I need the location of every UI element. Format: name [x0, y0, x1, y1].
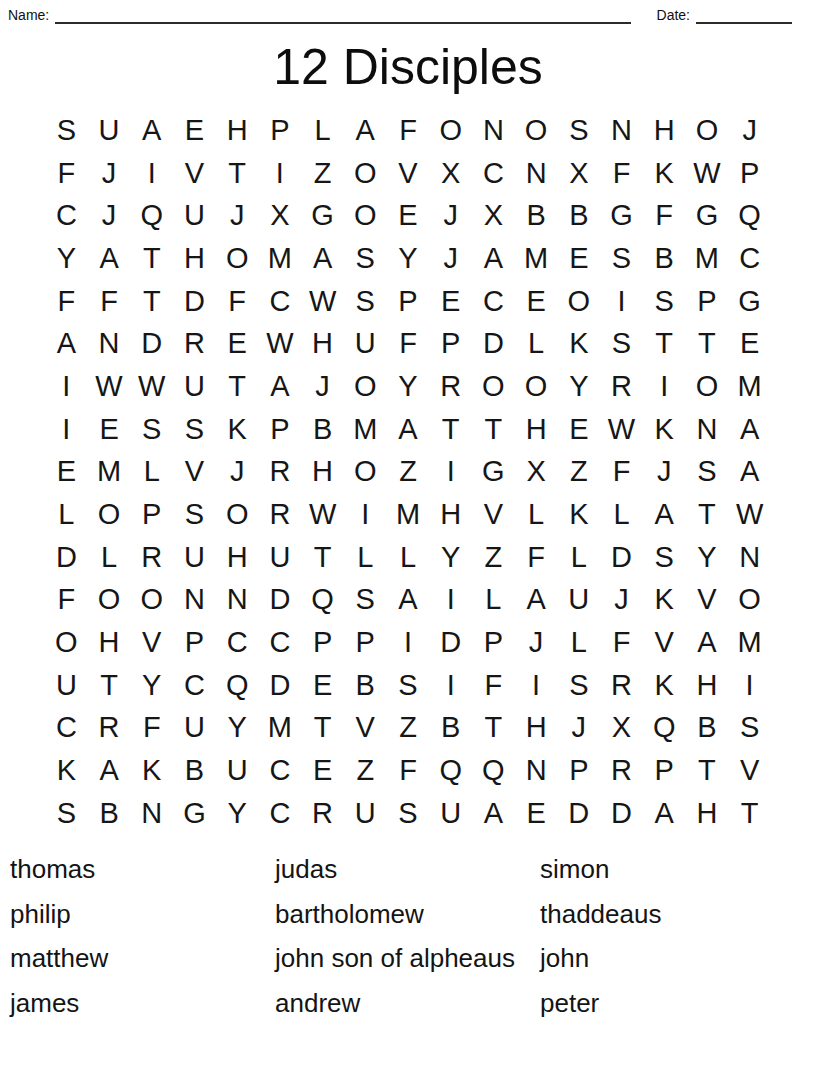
grid-cell-r16-c8[interactable]: Z: [344, 749, 387, 792]
grid-cell-r3-c9[interactable]: E: [387, 194, 430, 237]
grid-cell-r2-c13[interactable]: X: [557, 152, 600, 195]
grid-cell-r12-c15[interactable]: K: [643, 579, 686, 622]
grid-cell-r5-c8[interactable]: S: [344, 280, 387, 323]
grid-cell-r17-c14[interactable]: D: [600, 792, 643, 835]
grid-cell-r3-c8[interactable]: O: [344, 194, 387, 237]
grid-cell-r5-c7[interactable]: W: [301, 280, 344, 323]
grid-cell-r1-c17[interactable]: J: [728, 109, 771, 152]
grid-cell-r5-c12[interactable]: E: [515, 280, 558, 323]
grid-cell-r3-c13[interactable]: B: [557, 194, 600, 237]
grid-cell-r17-c4[interactable]: G: [173, 792, 216, 835]
grid-cell-r9-c10[interactable]: I: [429, 451, 472, 494]
grid-cell-r7-c5[interactable]: T: [216, 365, 259, 408]
grid-cell-r5-c4[interactable]: D: [173, 280, 216, 323]
grid-cell-r13-c15[interactable]: V: [643, 621, 686, 664]
grid-cell-r8-c5[interactable]: K: [216, 408, 259, 451]
grid-cell-r7-c16[interactable]: O: [686, 365, 729, 408]
grid-cell-r7-c8[interactable]: O: [344, 365, 387, 408]
grid-cell-r1-c12[interactable]: O: [515, 109, 558, 152]
grid-cell-r9-c6[interactable]: R: [259, 451, 302, 494]
grid-cell-r11-c13[interactable]: L: [557, 536, 600, 579]
grid-cell-r17-c6[interactable]: C: [259, 792, 302, 835]
grid-cell-r10-c16[interactable]: T: [686, 493, 729, 536]
grid-cell-r4-c11[interactable]: A: [472, 237, 515, 280]
grid-cell-r15-c4[interactable]: U: [173, 707, 216, 750]
grid-cell-r8-c13[interactable]: E: [557, 408, 600, 451]
grid-cell-r15-c9[interactable]: Z: [387, 707, 430, 750]
grid-cell-r14-c11[interactable]: F: [472, 664, 515, 707]
grid-cell-r17-c3[interactable]: N: [130, 792, 173, 835]
grid-cell-r5-c16[interactable]: P: [686, 280, 729, 323]
grid-cell-r16-c4[interactable]: B: [173, 749, 216, 792]
grid-cell-r9-c5[interactable]: J: [216, 451, 259, 494]
grid-cell-r11-c4[interactable]: U: [173, 536, 216, 579]
grid-cell-r4-c6[interactable]: M: [259, 237, 302, 280]
grid-cell-r14-c17[interactable]: I: [728, 664, 771, 707]
grid-cell-r16-c3[interactable]: K: [130, 749, 173, 792]
grid-cell-r2-c6[interactable]: I: [259, 152, 302, 195]
grid-cell-r3-c11[interactable]: X: [472, 194, 515, 237]
grid-cell-r3-c6[interactable]: X: [259, 194, 302, 237]
grid-cell-r15-c8[interactable]: V: [344, 707, 387, 750]
grid-cell-r14-c13[interactable]: S: [557, 664, 600, 707]
grid-cell-r2-c17[interactable]: P: [728, 152, 771, 195]
grid-cell-r11-c17[interactable]: N: [728, 536, 771, 579]
grid-cell-r6-c13[interactable]: K: [557, 322, 600, 365]
grid-cell-r9-c13[interactable]: Z: [557, 451, 600, 494]
grid-cell-r2-c10[interactable]: X: [429, 152, 472, 195]
grid-cell-r10-c7[interactable]: W: [301, 493, 344, 536]
grid-cell-r17-c8[interactable]: U: [344, 792, 387, 835]
grid-cell-r17-c13[interactable]: D: [557, 792, 600, 835]
grid-cell-r12-c5[interactable]: N: [216, 579, 259, 622]
grid-cell-r16-c15[interactable]: P: [643, 749, 686, 792]
grid-cell-r8-c17[interactable]: A: [728, 408, 771, 451]
word-list-column-2: judasbartholomewjohn son of alpheausandr…: [275, 848, 540, 1026]
grid-cell-r15-c5[interactable]: Y: [216, 707, 259, 750]
grid-cell-r14-c8[interactable]: B: [344, 664, 387, 707]
grid-cell-r16-c1[interactable]: K: [45, 749, 88, 792]
word-item-thomas: thomas: [10, 848, 275, 893]
grid-cell-r9-c8[interactable]: O: [344, 451, 387, 494]
grid-cell-r14-c12[interactable]: I: [515, 664, 558, 707]
grid-cell-r13-c17[interactable]: M: [728, 621, 771, 664]
grid-cell-r12-c4[interactable]: N: [173, 579, 216, 622]
grid-cell-r8-c16[interactable]: N: [686, 408, 729, 451]
grid-cell-r11-c12[interactable]: F: [515, 536, 558, 579]
grid-cell-r5-c6[interactable]: C: [259, 280, 302, 323]
grid-cell-r10-c4[interactable]: S: [173, 493, 216, 536]
grid-cell-r14-c10[interactable]: I: [429, 664, 472, 707]
grid-cell-r15-c3[interactable]: F: [130, 707, 173, 750]
grid-cell-r6-c14[interactable]: S: [600, 322, 643, 365]
grid-cell-r17-c17[interactable]: T: [728, 792, 771, 835]
grid-cell-r12-c17[interactable]: O: [728, 579, 771, 622]
grid-cell-r11-c1[interactable]: D: [45, 536, 88, 579]
grid-cell-r17-c12[interactable]: E: [515, 792, 558, 835]
grid-cell-r7-c12[interactable]: O: [515, 365, 558, 408]
grid-cell-r15-c10[interactable]: B: [429, 707, 472, 750]
word-list-column-3: simonthaddeausjohnpeter: [540, 848, 816, 1026]
grid-cell-r9-c17[interactable]: A: [728, 451, 771, 494]
grid-cell-r6-c15[interactable]: T: [643, 322, 686, 365]
grid-cell-r7-c14[interactable]: R: [600, 365, 643, 408]
grid-cell-r13-c13[interactable]: L: [557, 621, 600, 664]
grid-cell-r10-c8[interactable]: I: [344, 493, 387, 536]
grid-cell-r10-c15[interactable]: A: [643, 493, 686, 536]
grid-cell-r7-c15[interactable]: I: [643, 365, 686, 408]
grid-cell-r14-c4[interactable]: C: [173, 664, 216, 707]
grid-cell-r2-c8[interactable]: O: [344, 152, 387, 195]
grid-cell-r3-c16[interactable]: G: [686, 194, 729, 237]
grid-cell-r2-c1[interactable]: F: [45, 152, 88, 195]
grid-cell-r1-c1[interactable]: S: [45, 109, 88, 152]
grid-cell-r8-c4[interactable]: S: [173, 408, 216, 451]
grid-cell-r8-c3[interactable]: S: [130, 408, 173, 451]
grid-cell-r4-c2[interactable]: A: [88, 237, 131, 280]
grid-cell-r16-c11[interactable]: Q: [472, 749, 515, 792]
grid-cell-r6-c10[interactable]: P: [429, 322, 472, 365]
grid-cell-r16-c9[interactable]: F: [387, 749, 430, 792]
grid-cell-r14-c6[interactable]: D: [259, 664, 302, 707]
grid-cell-r15-c2[interactable]: R: [88, 707, 131, 750]
grid-cell-r9-c4[interactable]: V: [173, 451, 216, 494]
grid-cell-r10-c3[interactable]: P: [130, 493, 173, 536]
grid-cell-r2-c5[interactable]: T: [216, 152, 259, 195]
grid-cell-r7-c13[interactable]: Y: [557, 365, 600, 408]
grid-cell-r7-c3[interactable]: W: [130, 365, 173, 408]
grid-cell-r3-c10[interactable]: J: [429, 194, 472, 237]
grid-cell-r17-c15[interactable]: A: [643, 792, 686, 835]
grid-cell-r6-c8[interactable]: U: [344, 322, 387, 365]
grid-cell-r11-c16[interactable]: Y: [686, 536, 729, 579]
grid-cell-r3-c2[interactable]: J: [88, 194, 131, 237]
grid-cell-r17-c16[interactable]: H: [686, 792, 729, 835]
grid-cell-r13-c10[interactable]: D: [429, 621, 472, 664]
grid-cell-r15-c13[interactable]: J: [557, 707, 600, 750]
grid-cell-r7-c10[interactable]: R: [429, 365, 472, 408]
grid-cell-r4-c4[interactable]: H: [173, 237, 216, 280]
grid-cell-r10-c14[interactable]: L: [600, 493, 643, 536]
grid-cell-r11-c5[interactable]: H: [216, 536, 259, 579]
grid-cell-r14-c9[interactable]: S: [387, 664, 430, 707]
grid-cell-r6-c1[interactable]: A: [45, 322, 88, 365]
date-label: Date:: [657, 7, 690, 24]
grid-cell-r6-c12[interactable]: L: [515, 322, 558, 365]
grid-cell-r11-c6[interactable]: U: [259, 536, 302, 579]
grid-cell-r17-c7[interactable]: R: [301, 792, 344, 835]
grid-cell-r9-c14[interactable]: F: [600, 451, 643, 494]
grid-cell-r6-c16[interactable]: T: [686, 322, 729, 365]
grid-cell-r6-c6[interactable]: W: [259, 322, 302, 365]
grid-cell-r11-c8[interactable]: L: [344, 536, 387, 579]
grid-cell-r16-c10[interactable]: Q: [429, 749, 472, 792]
grid-cell-r14-c14[interactable]: R: [600, 664, 643, 707]
grid-cell-r4-c17[interactable]: C: [728, 237, 771, 280]
grid-cell-r3-c5[interactable]: J: [216, 194, 259, 237]
grid-cell-r1-c10[interactable]: O: [429, 109, 472, 152]
grid-cell-r16-c2[interactable]: A: [88, 749, 131, 792]
grid-cell-r6-c7[interactable]: H: [301, 322, 344, 365]
grid-cell-r10-c13[interactable]: K: [557, 493, 600, 536]
grid-cell-r11-c11[interactable]: Z: [472, 536, 515, 579]
grid-cell-r3-c15[interactable]: F: [643, 194, 686, 237]
word-item-peter: peter: [540, 981, 816, 1026]
grid-cell-r3-c3[interactable]: Q: [130, 194, 173, 237]
grid-cell-r2-c16[interactable]: W: [686, 152, 729, 195]
grid-cell-r16-c5[interactable]: U: [216, 749, 259, 792]
grid-cell-r12-c1[interactable]: F: [45, 579, 88, 622]
grid-cell-r9-c11[interactable]: G: [472, 451, 515, 494]
grid-cell-r8-c1[interactable]: I: [45, 408, 88, 451]
grid-cell-r2-c14[interactable]: F: [600, 152, 643, 195]
grid-cell-r4-c1[interactable]: Y: [45, 237, 88, 280]
grid-cell-r5-c1[interactable]: F: [45, 280, 88, 323]
grid-cell-r2-c4[interactable]: V: [173, 152, 216, 195]
grid-cell-r8-c15[interactable]: K: [643, 408, 686, 451]
grid-cell-r3-c4[interactable]: U: [173, 194, 216, 237]
grid-cell-r9-c9[interactable]: Z: [387, 451, 430, 494]
word-item-philip: philip: [10, 892, 275, 937]
grid-cell-r5-c11[interactable]: C: [472, 280, 515, 323]
grid-cell-r7-c11[interactable]: O: [472, 365, 515, 408]
grid-cell-r9-c12[interactable]: X: [515, 451, 558, 494]
grid-cell-r5-c5[interactable]: F: [216, 280, 259, 323]
grid-cell-r1-c4[interactable]: E: [173, 109, 216, 152]
grid-cell-r17-c9[interactable]: S: [387, 792, 430, 835]
grid-cell-r14-c15[interactable]: K: [643, 664, 686, 707]
grid-cell-r7-c7[interactable]: J: [301, 365, 344, 408]
grid-cell-r3-c1[interactable]: C: [45, 194, 88, 237]
grid-cell-r1-c14[interactable]: N: [600, 109, 643, 152]
grid-cell-r12-c10[interactable]: I: [429, 579, 472, 622]
grid-cell-r15-c15[interactable]: Q: [643, 707, 686, 750]
grid-cell-r16-c14[interactable]: R: [600, 749, 643, 792]
grid-cell-r11-c2[interactable]: L: [88, 536, 131, 579]
grid-cell-r13-c12[interactable]: J: [515, 621, 558, 664]
grid-cell-r4-c10[interactable]: J: [429, 237, 472, 280]
grid-cell-r7-c6[interactable]: A: [259, 365, 302, 408]
grid-cell-r7-c9[interactable]: Y: [387, 365, 430, 408]
grid-cell-r15-c1[interactable]: C: [45, 707, 88, 750]
grid-cell-r6-c2[interactable]: N: [88, 322, 131, 365]
grid-cell-r6-c11[interactable]: D: [472, 322, 515, 365]
grid-cell-r9-c16[interactable]: S: [686, 451, 729, 494]
grid-cell-r17-c5[interactable]: Y: [216, 792, 259, 835]
grid-cell-r13-c1[interactable]: O: [45, 621, 88, 664]
grid-cell-r12-c14[interactable]: J: [600, 579, 643, 622]
grid-cell-r10-c17[interactable]: W: [728, 493, 771, 536]
grid-cell-r14-c5[interactable]: Q: [216, 664, 259, 707]
grid-cell-r1-c5[interactable]: H: [216, 109, 259, 152]
grid-cell-r6-c3[interactable]: D: [130, 322, 173, 365]
grid-cell-r4-c12[interactable]: M: [515, 237, 558, 280]
grid-cell-r15-c6[interactable]: M: [259, 707, 302, 750]
grid-cell-r13-c3[interactable]: V: [130, 621, 173, 664]
grid-cell-r10-c12[interactable]: L: [515, 493, 558, 536]
grid-cell-r8-c9[interactable]: A: [387, 408, 430, 451]
grid-cell-r7-c4[interactable]: U: [173, 365, 216, 408]
grid-cell-r3-c7[interactable]: G: [301, 194, 344, 237]
grid-cell-r7-c17[interactable]: M: [728, 365, 771, 408]
grid-cell-r10-c9[interactable]: M: [387, 493, 430, 536]
grid-cell-r12-c12[interactable]: A: [515, 579, 558, 622]
grid-cell-r12-c16[interactable]: V: [686, 579, 729, 622]
grid-cell-r4-c8[interactable]: S: [344, 237, 387, 280]
grid-cell-r6-c4[interactable]: R: [173, 322, 216, 365]
grid-cell-r11-c7[interactable]: T: [301, 536, 344, 579]
grid-cell-r12-c13[interactable]: U: [557, 579, 600, 622]
grid-cell-r12-c7[interactable]: Q: [301, 579, 344, 622]
grid-cell-r2-c11[interactable]: C: [472, 152, 515, 195]
grid-cell-r13-c2[interactable]: H: [88, 621, 131, 664]
grid-cell-r4-c9[interactable]: Y: [387, 237, 430, 280]
grid-cell-r12-c11[interactable]: L: [472, 579, 515, 622]
grid-cell-r4-c7[interactable]: A: [301, 237, 344, 280]
grid-cell-r1-c15[interactable]: H: [643, 109, 686, 152]
grid-cell-r16-c13[interactable]: P: [557, 749, 600, 792]
grid-cell-r3-c17[interactable]: Q: [728, 194, 771, 237]
grid-cell-r17-c1[interactable]: S: [45, 792, 88, 835]
word-item-bartholomew: bartholomew: [275, 892, 540, 937]
grid-cell-r13-c16[interactable]: A: [686, 621, 729, 664]
grid-cell-r1-c13[interactable]: S: [557, 109, 600, 152]
grid-cell-r17-c10[interactable]: U: [429, 792, 472, 835]
grid-cell-r2-c12[interactable]: N: [515, 152, 558, 195]
grid-cell-r5-c15[interactable]: S: [643, 280, 686, 323]
grid-cell-r14-c7[interactable]: E: [301, 664, 344, 707]
grid-cell-r9-c1[interactable]: E: [45, 451, 88, 494]
grid-cell-r8-c2[interactable]: E: [88, 408, 131, 451]
grid-cell-r13-c5[interactable]: C: [216, 621, 259, 664]
grid-cell-r2-c2[interactable]: J: [88, 152, 131, 195]
grid-cell-r13-c14[interactable]: F: [600, 621, 643, 664]
grid-cell-r4-c5[interactable]: O: [216, 237, 259, 280]
grid-cell-r5-c9[interactable]: P: [387, 280, 430, 323]
grid-cell-r16-c17[interactable]: V: [728, 749, 771, 792]
grid-cell-r6-c17[interactable]: E: [728, 322, 771, 365]
grid-cell-r10-c2[interactable]: O: [88, 493, 131, 536]
grid-cell-r10-c5[interactable]: O: [216, 493, 259, 536]
grid-cell-r10-c11[interactable]: V: [472, 493, 515, 536]
grid-cell-r14-c16[interactable]: H: [686, 664, 729, 707]
grid-cell-r13-c7[interactable]: P: [301, 621, 344, 664]
grid-cell-r7-c1[interactable]: I: [45, 365, 88, 408]
grid-cell-r10-c1[interactable]: L: [45, 493, 88, 536]
grid-cell-r3-c14[interactable]: G: [600, 194, 643, 237]
grid-cell-r10-c6[interactable]: R: [259, 493, 302, 536]
word-item-judas: judas: [275, 848, 540, 893]
grid-cell-r5-c3[interactable]: T: [130, 280, 173, 323]
grid-cell-r13-c9[interactable]: I: [387, 621, 430, 664]
grid-cell-r8-c10[interactable]: T: [429, 408, 472, 451]
grid-cell-r7-c2[interactable]: W: [88, 365, 131, 408]
grid-cell-r2-c9[interactable]: V: [387, 152, 430, 195]
grid-cell-r17-c11[interactable]: A: [472, 792, 515, 835]
grid-cell-r1-c6[interactable]: P: [259, 109, 302, 152]
grid-cell-r9-c2[interactable]: M: [88, 451, 131, 494]
grid-cell-r5-c10[interactable]: E: [429, 280, 472, 323]
grid-cell-r1-c16[interactable]: O: [686, 109, 729, 152]
grid-cell-r1-c3[interactable]: A: [130, 109, 173, 152]
grid-cell-r12-c8[interactable]: S: [344, 579, 387, 622]
grid-cell-r12-c9[interactable]: A: [387, 579, 430, 622]
grid-cell-r11-c3[interactable]: R: [130, 536, 173, 579]
grid-cell-r6-c5[interactable]: E: [216, 322, 259, 365]
grid-cell-r6-c9[interactable]: F: [387, 322, 430, 365]
grid-cell-r1-c2[interactable]: U: [88, 109, 131, 152]
grid-cell-r9-c7[interactable]: H: [301, 451, 344, 494]
grid-cell-r15-c7[interactable]: T: [301, 707, 344, 750]
date-fill-line: [696, 10, 792, 24]
grid-cell-r4-c16[interactable]: M: [686, 237, 729, 280]
grid-cell-r4-c15[interactable]: B: [643, 237, 686, 280]
grid-cell-r4-c13[interactable]: E: [557, 237, 600, 280]
grid-cell-r15-c11[interactable]: T: [472, 707, 515, 750]
grid-cell-r15-c14[interactable]: X: [600, 707, 643, 750]
grid-cell-r1-c11[interactable]: N: [472, 109, 515, 152]
grid-cell-r16-c12[interactable]: N: [515, 749, 558, 792]
grid-cell-r4-c3[interactable]: T: [130, 237, 173, 280]
grid-cell-r5-c17[interactable]: G: [728, 280, 771, 323]
grid-cell-r14-c3[interactable]: Y: [130, 664, 173, 707]
word-item-matthew: matthew: [10, 937, 275, 982]
grid-cell-r12-c2[interactable]: O: [88, 579, 131, 622]
grid-cell-r8-c11[interactable]: T: [472, 408, 515, 451]
grid-cell-r2-c15[interactable]: K: [643, 152, 686, 195]
grid-cell-r11-c10[interactable]: Y: [429, 536, 472, 579]
grid-cell-r12-c3[interactable]: O: [130, 579, 173, 622]
grid-cell-r8-c7[interactable]: B: [301, 408, 344, 451]
grid-cell-r8-c12[interactable]: H: [515, 408, 558, 451]
grid-cell-r16-c7[interactable]: E: [301, 749, 344, 792]
grid-cell-r13-c6[interactable]: C: [259, 621, 302, 664]
grid-cell-r3-c12[interactable]: B: [515, 194, 558, 237]
grid-cell-r12-c6[interactable]: D: [259, 579, 302, 622]
grid-cell-r4-c14[interactable]: S: [600, 237, 643, 280]
grid-cell-r5-c2[interactable]: F: [88, 280, 131, 323]
grid-cell-r16-c6[interactable]: C: [259, 749, 302, 792]
grid-cell-r17-c2[interactable]: B: [88, 792, 131, 835]
grid-cell-r2-c7[interactable]: Z: [301, 152, 344, 195]
grid-cell-r8-c6[interactable]: P: [259, 408, 302, 451]
grid-cell-r13-c11[interactable]: P: [472, 621, 515, 664]
grid-cell-r1-c7[interactable]: L: [301, 109, 344, 152]
grid-cell-r15-c16[interactable]: B: [686, 707, 729, 750]
grid-cell-r14-c1[interactable]: U: [45, 664, 88, 707]
grid-cell-r11-c15[interactable]: S: [643, 536, 686, 579]
grid-cell-r9-c15[interactable]: J: [643, 451, 686, 494]
grid-cell-r9-c3[interactable]: L: [130, 451, 173, 494]
grid-cell-r5-c14[interactable]: I: [600, 280, 643, 323]
grid-cell-r14-c2[interactable]: T: [88, 664, 131, 707]
puzzle-title: 12 Disciples: [0, 40, 816, 95]
grid-cell-r16-c16[interactable]: T: [686, 749, 729, 792]
grid-cell-r1-c8[interactable]: A: [344, 109, 387, 152]
grid-cell-r11-c9[interactable]: L: [387, 536, 430, 579]
grid-cell-r8-c14[interactable]: W: [600, 408, 643, 451]
grid-cell-r2-c3[interactable]: I: [130, 152, 173, 195]
grid-cell-r8-c8[interactable]: M: [344, 408, 387, 451]
grid-cell-r5-c13[interactable]: O: [557, 280, 600, 323]
grid-cell-r13-c4[interactable]: P: [173, 621, 216, 664]
grid-cell-r15-c17[interactable]: S: [728, 707, 771, 750]
grid-cell-r15-c12[interactable]: H: [515, 707, 558, 750]
grid-cell-r10-c10[interactable]: H: [429, 493, 472, 536]
grid-cell-r13-c8[interactable]: P: [344, 621, 387, 664]
grid-cell-r1-c9[interactable]: F: [387, 109, 430, 152]
grid-cell-r11-c14[interactable]: D: [600, 536, 643, 579]
